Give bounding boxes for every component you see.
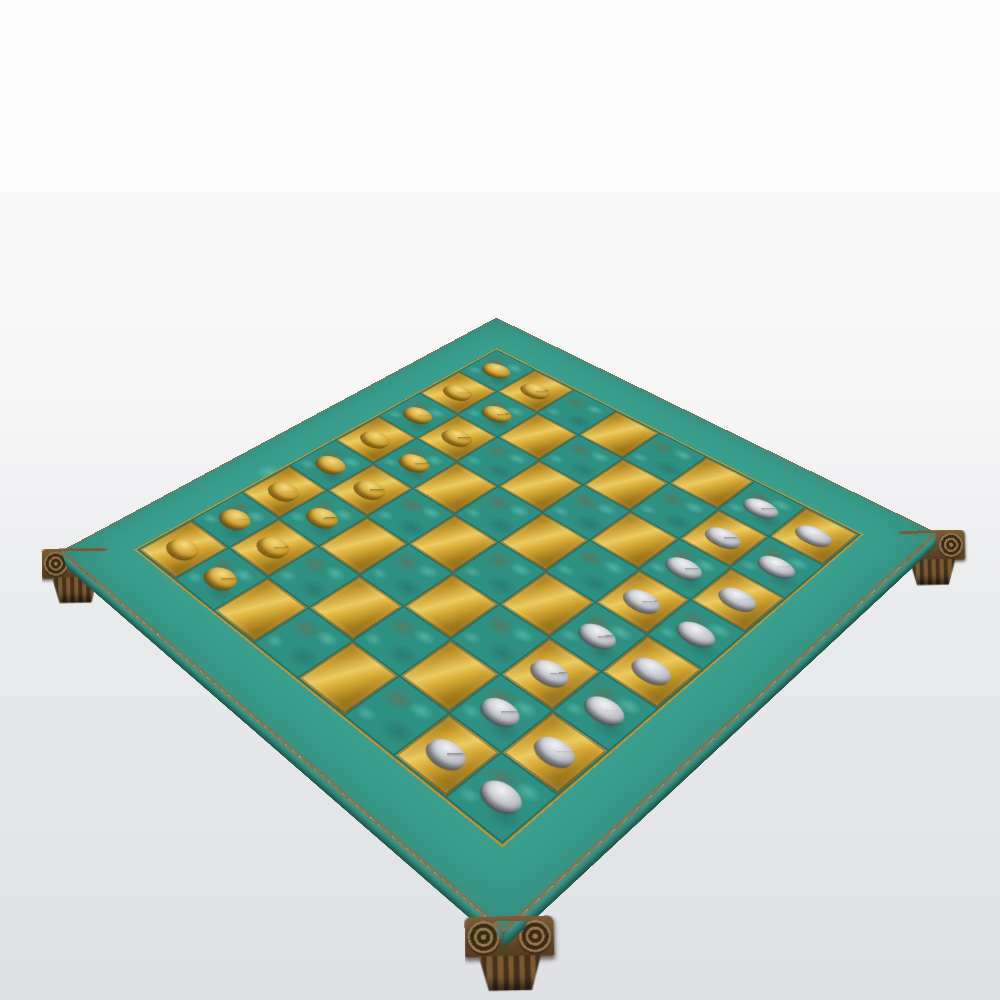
square-c3[interactable]	[458, 437, 539, 485]
square-b3[interactable]	[499, 413, 578, 459]
square-b5[interactable]	[585, 459, 668, 510]
piece-shadow	[206, 505, 261, 542]
square-b2[interactable]: ♟	[459, 392, 536, 436]
piece-base	[479, 361, 516, 381]
piece-base	[302, 504, 344, 531]
square-c2[interactable]: ♟	[418, 415, 497, 461]
volute-icon	[939, 533, 963, 557]
square-d4[interactable]	[456, 487, 541, 541]
piece-shadow	[341, 476, 396, 511]
piece-base	[437, 426, 476, 449]
piece-base	[440, 382, 477, 403]
chess-board: ♜♟♟♜♞♟♟♞♝♟♟♝♛♟♟♛♚♟♟♚♝♟♟♝♞♟♟♞♜♟♟♜	[61, 318, 938, 932]
square-a1[interactable]: ♜	[460, 351, 533, 391]
square-e2[interactable]: ♟	[329, 464, 412, 515]
piece-shadow	[471, 360, 521, 387]
square-e1[interactable]: ♚	[291, 441, 372, 490]
foot-skirt	[465, 955, 555, 992]
volute-icon	[518, 919, 551, 952]
square-c4[interactable]	[500, 461, 583, 512]
square-c1[interactable]: ♝	[380, 394, 457, 438]
scene: ♜♟♟♜♞♟♟♞♝♟♟♝♛♟♟♛♚♟♟♚♝♟♟♝♞♟♟♞♜♟♟♜	[0, 0, 1000, 1000]
piece-shadow	[303, 451, 356, 484]
piece-shadow	[391, 403, 443, 433]
piece-base	[357, 428, 396, 451]
square-a5[interactable]	[624, 434, 705, 482]
piece-shadow	[293, 503, 349, 540]
piece-base	[478, 403, 517, 425]
piece-base	[215, 506, 256, 533]
square-d3[interactable]	[414, 463, 497, 514]
piece-base	[399, 404, 437, 426]
square-a4[interactable]	[580, 412, 659, 458]
square-c5[interactable]	[544, 486, 629, 540]
piece-base	[517, 380, 555, 401]
square-b4[interactable]	[541, 436, 622, 484]
scene-tilt: ♜♟♟♜♞♟♟♞♝♟♟♝♛♟♟♛♚♟♟♚♝♟♟♝♞♟♟♞♜♟♟♜	[0, 0, 1000, 1000]
piece-shadow	[386, 450, 440, 483]
piece-base	[350, 477, 391, 502]
piece-shadow	[429, 425, 482, 456]
square-e3[interactable]	[368, 489, 453, 543]
square-a3[interactable]	[538, 390, 615, 434]
square-a2[interactable]: ♟	[498, 370, 573, 412]
square-b1[interactable]: ♞	[421, 372, 496, 414]
piece-base	[395, 451, 435, 475]
piece-shadow	[432, 381, 483, 409]
square-d2[interactable]: ♟	[374, 439, 455, 487]
square-f2[interactable]: ♟	[281, 491, 366, 545]
piece-shadow	[470, 402, 522, 432]
piece-base	[265, 478, 305, 503]
piece-shadow	[348, 427, 401, 458]
piece-base	[312, 452, 352, 476]
square-d1[interactable]: ♛	[337, 417, 416, 463]
piece-shadow	[509, 379, 561, 407]
